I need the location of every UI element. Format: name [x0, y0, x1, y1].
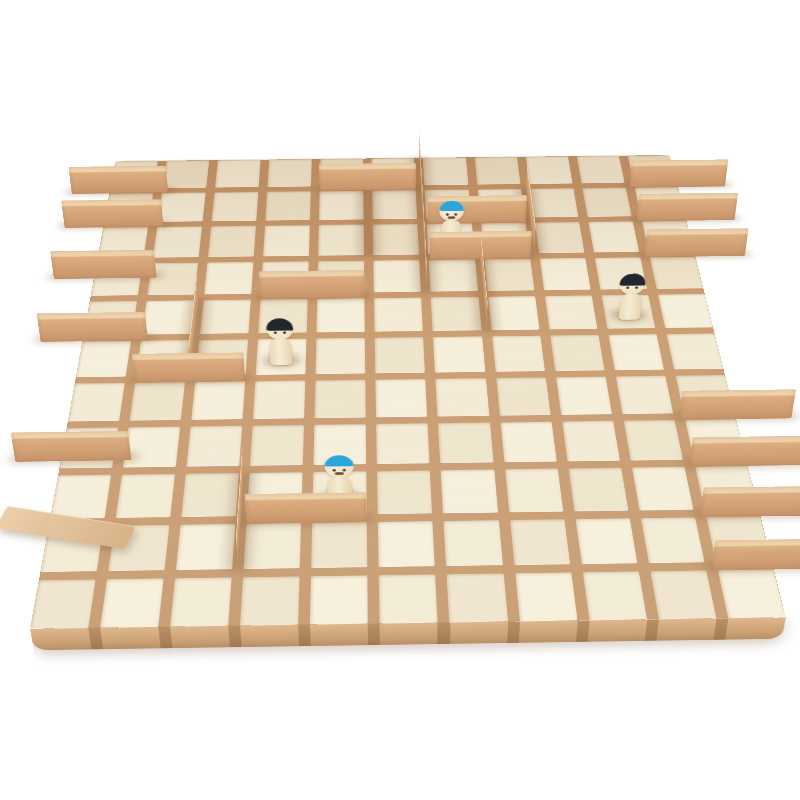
pawn-black-c5[interactable] — [265, 349, 298, 367]
pawn-mouth — [448, 217, 456, 219]
pawn-eye-left — [274, 331, 277, 333]
storage-cell — [718, 569, 786, 618]
wall-d9h[interactable] — [320, 185, 416, 191]
pawn-eye-right — [635, 286, 638, 288]
cell-d6[interactable] — [317, 298, 365, 332]
cell-e6[interactable] — [374, 297, 423, 331]
cell-e5[interactable] — [375, 337, 425, 373]
pawn-black-i6[interactable] — [611, 304, 645, 321]
cell-b7[interactable] — [204, 262, 253, 295]
cell-f3[interactable] — [438, 423, 493, 464]
storage-cell — [650, 256, 704, 288]
wall-f6v[interactable] — [475, 259, 491, 330]
cell-e4[interactable] — [376, 379, 428, 417]
pawn-body — [619, 293, 643, 319]
cell-d9[interactable] — [319, 191, 364, 220]
pawn-hair — [266, 318, 294, 331]
wall-face — [679, 389, 796, 420]
pawn-mouth — [335, 472, 344, 475]
pawn-eye-left — [332, 469, 335, 472]
cell-i5[interactable] — [608, 334, 664, 370]
cell-h2[interactable] — [568, 468, 628, 511]
storage-cell — [447, 573, 508, 622]
pawn-head — [324, 455, 354, 477]
cell-f5[interactable] — [433, 336, 485, 372]
spare-wall-left[interactable] — [54, 272, 158, 279]
cell-a9[interactable] — [158, 193, 206, 222]
storage-cell — [100, 578, 164, 627]
wall-face — [61, 199, 164, 228]
cell-c8[interactable] — [263, 225, 310, 256]
cell-b9[interactable] — [212, 192, 259, 221]
wall-face — [11, 431, 132, 462]
cell-e2[interactable] — [377, 471, 432, 514]
pawn-figure — [615, 273, 649, 320]
pawn-eye-right — [342, 468, 345, 471]
cell-a8[interactable] — [153, 227, 202, 258]
pawn-hair — [619, 273, 647, 285]
storage-cell — [525, 156, 572, 184]
storage-cell — [474, 157, 520, 185]
wall-face — [636, 193, 738, 222]
wall-face — [132, 352, 246, 382]
storage-cell — [215, 160, 260, 188]
wall-face — [629, 159, 728, 187]
pawn-head — [266, 318, 294, 340]
spare-wall-right[interactable] — [709, 560, 800, 570]
cell-d1[interactable] — [312, 522, 368, 568]
storage-cell — [515, 572, 578, 621]
spare-wall-left[interactable] — [15, 453, 132, 462]
storage-cell — [577, 156, 625, 184]
cell-i8[interactable] — [588, 222, 639, 253]
cell-b3[interactable] — [187, 426, 243, 467]
cell-h7[interactable] — [539, 258, 590, 290]
board-tilt — [30, 155, 786, 629]
spare-wall-left[interactable] — [72, 188, 169, 194]
wall-face — [259, 270, 365, 300]
wall-face — [319, 163, 416, 191]
storage-cell — [30, 579, 96, 629]
wall-shadow — [358, 189, 379, 257]
cell-g3[interactable] — [500, 422, 556, 463]
wall-face — [711, 538, 800, 570]
photo-stage — [0, 0, 800, 800]
spare-wall-right[interactable] — [628, 182, 725, 188]
pawn-eye-left — [626, 286, 629, 288]
cell-h5[interactable] — [550, 335, 604, 371]
pawn-eye-right — [454, 213, 457, 215]
cell-i9[interactable] — [582, 188, 631, 217]
cell-g5[interactable] — [492, 336, 545, 372]
storage-cell — [650, 570, 716, 619]
cell-d5[interactable] — [316, 338, 366, 374]
cell-h4[interactable] — [556, 377, 612, 415]
cell-f1[interactable] — [444, 520, 503, 566]
cell-f4[interactable] — [436, 378, 489, 416]
spare-wall-right[interactable] — [643, 251, 745, 258]
wall-a4h[interactable] — [135, 375, 246, 383]
wall-face — [644, 228, 748, 257]
pawn-body — [269, 339, 293, 366]
storage-cell — [170, 577, 232, 626]
wall-face — [245, 492, 368, 524]
spare-wall-right[interactable] — [698, 508, 800, 517]
cell-e3[interactable] — [377, 423, 430, 464]
wall-face — [689, 436, 800, 467]
spare-wall-left[interactable] — [41, 335, 149, 342]
pawn-eye-right — [283, 331, 286, 333]
cell-a2[interactable] — [116, 474, 175, 518]
wall-c6h[interactable] — [261, 292, 365, 299]
spare-wall-right[interactable] — [687, 458, 800, 467]
cell-b8[interactable] — [208, 226, 256, 257]
cell-c4[interactable] — [253, 381, 305, 420]
cell-e1[interactable] — [378, 521, 435, 567]
cell-h1[interactable] — [575, 518, 637, 564]
storage-cell — [76, 341, 131, 378]
wall-f7h[interactable] — [429, 253, 530, 260]
cell-f2[interactable] — [441, 470, 498, 513]
quoridor-board — [30, 155, 786, 629]
wall-face — [50, 250, 157, 279]
wall-d8v[interactable] — [364, 191, 374, 255]
wall-e9v[interactable] — [415, 158, 427, 219]
wall-face — [36, 312, 148, 342]
cell-h6[interactable] — [545, 295, 598, 329]
cell-i2[interactable] — [632, 467, 694, 510]
storage-cell — [379, 574, 438, 623]
wall-c1h[interactable] — [247, 514, 368, 523]
cell-a4[interactable] — [130, 382, 185, 421]
cell-c1[interactable] — [244, 523, 302, 569]
cell-g4[interactable] — [496, 377, 551, 415]
storage-cell — [658, 294, 713, 328]
spare-wall-left[interactable] — [65, 222, 165, 228]
scene — [0, 0, 800, 800]
cell-i1[interactable] — [641, 517, 705, 563]
cell-c9[interactable] — [266, 191, 311, 220]
storage-cell — [240, 576, 300, 625]
pawn-head — [439, 201, 464, 222]
wall-face — [699, 486, 800, 518]
cell-d4[interactable] — [315, 380, 366, 419]
pawn-figure — [264, 318, 297, 365]
cell-g1[interactable] — [510, 519, 570, 565]
storage-cell — [268, 159, 312, 187]
cell-b4[interactable] — [191, 381, 245, 420]
storage-cell — [310, 575, 368, 624]
pawn-head — [619, 273, 647, 294]
storage-cell — [163, 160, 210, 188]
storage-cell — [50, 475, 111, 519]
wall-face — [68, 166, 168, 194]
pawn-hair — [439, 201, 464, 212]
cell-i4[interactable] — [616, 376, 674, 414]
cell-a6[interactable] — [142, 300, 194, 334]
cell-b1[interactable] — [176, 524, 235, 570]
spare-wall-right[interactable] — [677, 412, 791, 420]
storage-cell — [666, 333, 723, 369]
cell-h3[interactable] — [562, 421, 620, 462]
cell-g2[interactable] — [505, 469, 563, 512]
cell-c3[interactable] — [250, 425, 304, 466]
pawn-hair — [324, 455, 354, 466]
cell-d8[interactable] — [319, 225, 365, 256]
cell-i3[interactable] — [623, 420, 683, 461]
storage-cell — [68, 383, 125, 422]
spare-wall-right[interactable] — [635, 215, 734, 221]
storage-cell — [582, 571, 646, 620]
